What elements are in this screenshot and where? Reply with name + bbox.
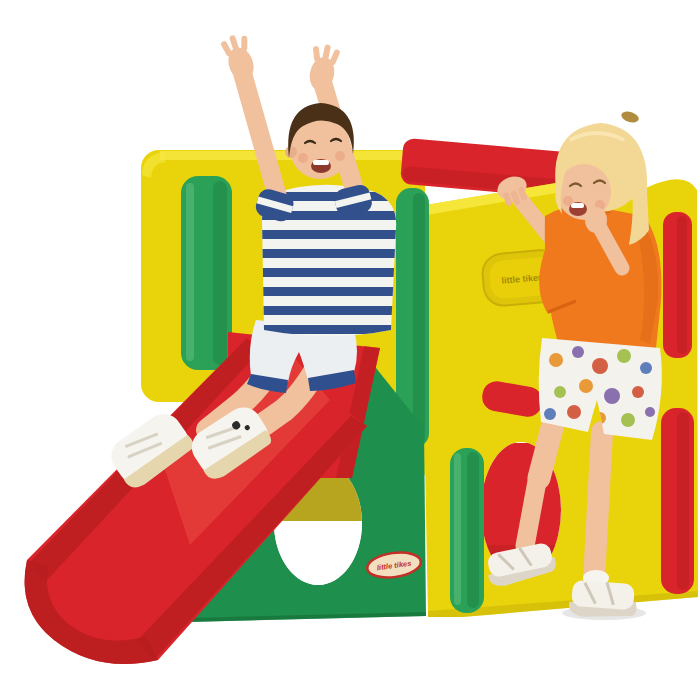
red-grip-upper — [663, 212, 692, 358]
product-photo: little tikes — [0, 0, 700, 700]
red-grip-lower — [661, 408, 694, 594]
green-grip-left — [181, 176, 232, 370]
girl-sandal-right — [568, 580, 638, 621]
activity-gym-scene: little tikes — [0, 0, 700, 700]
green-grip-right — [450, 448, 484, 613]
